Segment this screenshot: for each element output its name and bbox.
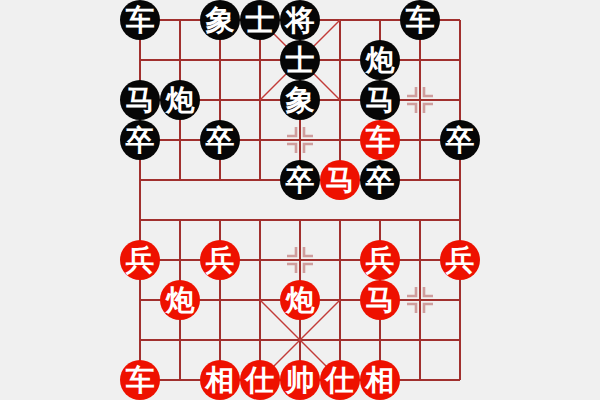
- piece-black-elephant[interactable]: 象: [200, 0, 240, 40]
- piece-black-soldier[interactable]: 卒: [200, 120, 240, 160]
- piece-red-chariot[interactable]: 车: [360, 120, 400, 160]
- piece-red-soldier[interactable]: 兵: [200, 240, 240, 280]
- piece-red-cannon[interactable]: 炮: [280, 280, 320, 320]
- piece-black-horse[interactable]: 马: [360, 80, 400, 120]
- piece-black-soldier[interactable]: 卒: [280, 160, 320, 200]
- piece-red-soldier[interactable]: 兵: [360, 240, 400, 280]
- piece-red-advisor[interactable]: 仕: [240, 360, 280, 400]
- piece-black-advisor[interactable]: 士: [280, 40, 320, 80]
- piece-black-advisor[interactable]: 士: [240, 0, 280, 40]
- piece-black-elephant[interactable]: 象: [280, 80, 320, 120]
- xiangqi-board: 车象士将车士炮马炮象马卒卒车卒卒马卒兵兵兵兵炮炮马车相仕帅仕相: [0, 0, 600, 400]
- piece-black-soldier[interactable]: 卒: [440, 120, 480, 160]
- piece-red-horse[interactable]: 马: [320, 160, 360, 200]
- piece-red-cannon[interactable]: 炮: [160, 280, 200, 320]
- piece-red-soldier[interactable]: 兵: [120, 240, 160, 280]
- piece-black-soldier[interactable]: 卒: [360, 160, 400, 200]
- piece-black-general[interactable]: 将: [280, 0, 320, 40]
- pieces-layer: 车象士将车士炮马炮象马卒卒车卒卒马卒兵兵兵兵炮炮马车相仕帅仕相: [120, 0, 480, 400]
- piece-black-chariot[interactable]: 车: [120, 0, 160, 40]
- piece-black-cannon[interactable]: 炮: [160, 80, 200, 120]
- piece-red-advisor[interactable]: 仕: [320, 360, 360, 400]
- piece-red-chariot[interactable]: 车: [120, 360, 160, 400]
- piece-black-soldier[interactable]: 卒: [120, 120, 160, 160]
- piece-black-cannon[interactable]: 炮: [360, 40, 400, 80]
- piece-red-elephant[interactable]: 相: [200, 360, 240, 400]
- piece-red-horse[interactable]: 马: [360, 280, 400, 320]
- piece-red-general[interactable]: 帅: [280, 360, 320, 400]
- piece-red-soldier[interactable]: 兵: [440, 240, 480, 280]
- piece-black-chariot[interactable]: 车: [400, 0, 440, 40]
- piece-black-horse[interactable]: 马: [120, 80, 160, 120]
- piece-red-elephant[interactable]: 相: [360, 360, 400, 400]
